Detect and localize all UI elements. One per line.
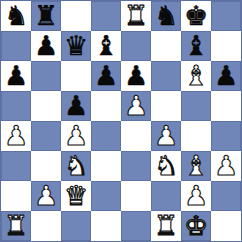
black-pawn: ♟	[124, 62, 148, 89]
square-c5[interactable]: ♟	[61, 91, 91, 121]
square-b8[interactable]: ♜	[31, 1, 61, 31]
square-f8[interactable]: ♞	[151, 1, 181, 31]
white-rook: ♜	[124, 2, 148, 29]
black-pawn: ♟	[64, 92, 88, 119]
square-g3[interactable]: ♝	[181, 151, 211, 181]
white-king: ♚	[184, 212, 208, 239]
white-rook: ♜	[154, 212, 178, 239]
square-f2[interactable]	[151, 181, 181, 211]
square-e3[interactable]	[121, 151, 151, 181]
square-c3[interactable]: ♞	[61, 151, 91, 181]
white-rook: ♜	[4, 212, 28, 239]
square-h4[interactable]	[211, 121, 241, 151]
square-b5[interactable]	[31, 91, 61, 121]
square-c2[interactable]: ♛	[61, 181, 91, 211]
chess-board: ♞♜♜♞♚♟♛♝♝♟♟♟♝♟♟♟♟♟♟♞♞♝♟♟♛♟♜♜♚	[0, 0, 242, 242]
square-d7[interactable]: ♝	[91, 31, 121, 61]
white-queen: ♛	[64, 182, 88, 209]
square-d1[interactable]	[91, 211, 121, 241]
square-a4[interactable]: ♟	[1, 121, 31, 151]
square-a1[interactable]: ♜	[1, 211, 31, 241]
square-e6[interactable]: ♟	[121, 61, 151, 91]
square-g6[interactable]: ♝	[181, 61, 211, 91]
square-f3[interactable]: ♞	[151, 151, 181, 181]
white-pawn: ♟	[4, 122, 28, 149]
square-e8[interactable]: ♜	[121, 1, 151, 31]
square-h5[interactable]	[211, 91, 241, 121]
square-f5[interactable]	[151, 91, 181, 121]
square-d2[interactable]	[91, 181, 121, 211]
square-c4[interactable]: ♟	[61, 121, 91, 151]
square-a7[interactable]	[1, 31, 31, 61]
black-knight: ♞	[154, 2, 178, 29]
square-h2[interactable]	[211, 181, 241, 211]
black-pawn: ♟	[4, 62, 28, 89]
square-a5[interactable]	[1, 91, 31, 121]
square-h7[interactable]	[211, 31, 241, 61]
square-d6[interactable]: ♟	[91, 61, 121, 91]
black-bishop: ♝	[184, 32, 208, 59]
square-f7[interactable]	[151, 31, 181, 61]
square-b6[interactable]	[31, 61, 61, 91]
square-a3[interactable]	[1, 151, 31, 181]
chess-board-container: ♞♜♜♞♚♟♛♝♝♟♟♟♝♟♟♟♟♟♟♞♞♝♟♟♛♟♜♜♚	[0, 0, 242, 242]
square-h3[interactable]: ♟	[211, 151, 241, 181]
square-e2[interactable]	[121, 181, 151, 211]
square-g1[interactable]: ♚	[181, 211, 211, 241]
square-c8[interactable]	[61, 1, 91, 31]
white-pawn: ♟	[184, 182, 208, 209]
square-f4[interactable]: ♟	[151, 121, 181, 151]
square-g8[interactable]: ♚	[181, 1, 211, 31]
white-pawn: ♟	[214, 152, 238, 179]
square-d3[interactable]	[91, 151, 121, 181]
square-h6[interactable]: ♟	[211, 61, 241, 91]
square-b2[interactable]: ♟	[31, 181, 61, 211]
white-pawn: ♟	[124, 92, 148, 119]
square-e4[interactable]	[121, 121, 151, 151]
white-knight: ♞	[64, 152, 88, 179]
square-d5[interactable]	[91, 91, 121, 121]
square-d4[interactable]	[91, 121, 121, 151]
square-b7[interactable]: ♟	[31, 31, 61, 61]
square-e5[interactable]: ♟	[121, 91, 151, 121]
square-b4[interactable]	[31, 121, 61, 151]
square-a8[interactable]: ♞	[1, 1, 31, 31]
square-f1[interactable]: ♜	[151, 211, 181, 241]
white-pawn: ♟	[154, 122, 178, 149]
square-c1[interactable]	[61, 211, 91, 241]
black-bishop: ♝	[94, 32, 118, 59]
black-pawn: ♟	[214, 62, 238, 89]
square-g7[interactable]: ♝	[181, 31, 211, 61]
black-knight: ♞	[4, 2, 28, 29]
white-bishop: ♝	[184, 152, 208, 179]
square-g4[interactable]	[181, 121, 211, 151]
square-b3[interactable]	[31, 151, 61, 181]
white-pawn: ♟	[64, 122, 88, 149]
black-queen: ♛	[64, 32, 88, 59]
square-e7[interactable]	[121, 31, 151, 61]
black-rook: ♜	[34, 2, 58, 29]
square-e1[interactable]	[121, 211, 151, 241]
square-g5[interactable]	[181, 91, 211, 121]
square-g2[interactable]: ♟	[181, 181, 211, 211]
square-d8[interactable]	[91, 1, 121, 31]
square-h1[interactable]	[211, 211, 241, 241]
square-a2[interactable]	[1, 181, 31, 211]
black-king: ♚	[184, 2, 208, 29]
square-a6[interactable]: ♟	[1, 61, 31, 91]
square-b1[interactable]	[31, 211, 61, 241]
black-pawn: ♟	[34, 32, 58, 59]
black-pawn: ♟	[94, 62, 118, 89]
square-c6[interactable]	[61, 61, 91, 91]
square-f6[interactable]	[151, 61, 181, 91]
white-pawn: ♟	[34, 182, 58, 209]
white-bishop: ♝	[184, 62, 208, 89]
white-knight: ♞	[154, 152, 178, 179]
square-c7[interactable]: ♛	[61, 31, 91, 61]
square-h8[interactable]	[211, 1, 241, 31]
